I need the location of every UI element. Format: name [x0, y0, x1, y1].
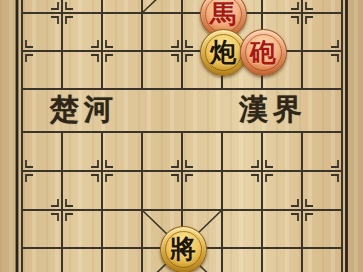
piece-red-cannon[interactable]: 砲 [240, 29, 287, 76]
piece-glyph: 炮 [210, 39, 236, 65]
river-label-han-jie: 漢界 [239, 90, 307, 130]
piece-glyph: 馬 [210, 1, 236, 27]
piece-black-general[interactable]: 將 [160, 226, 207, 272]
piece-glyph: 將 [170, 236, 196, 262]
xiangqi-board[interactable]: 楚河 漢界 馬炮砲將 [0, 0, 363, 272]
river-label-chu-he: 楚河 [50, 90, 118, 130]
piece-glyph: 砲 [250, 39, 276, 65]
